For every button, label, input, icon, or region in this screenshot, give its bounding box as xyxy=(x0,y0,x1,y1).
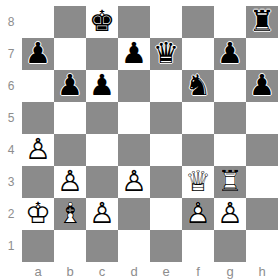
white-pawn-outline-glyph: ♙ xyxy=(22,133,54,165)
white-pawn-outline-glyph: ♙ xyxy=(86,197,118,229)
square-b8[interactable] xyxy=(54,6,86,38)
black-pawn[interactable]: ♟ xyxy=(214,38,246,70)
file-labels: abcdefgh xyxy=(22,262,278,280)
rank-label-6: 6 xyxy=(0,70,22,102)
square-b5[interactable] xyxy=(54,102,86,134)
square-c8[interactable]: ♚ xyxy=(86,6,118,38)
square-b7[interactable] xyxy=(54,38,86,70)
square-b4[interactable] xyxy=(54,134,86,166)
square-h7[interactable] xyxy=(246,38,278,70)
square-d5[interactable] xyxy=(118,102,150,134)
white-pawn-outline-glyph: ♙ xyxy=(182,197,214,229)
rank-label-5: 5 xyxy=(0,102,22,134)
square-g8[interactable] xyxy=(214,6,246,38)
white-pawn[interactable]: ♟♙ xyxy=(118,166,150,198)
square-f8[interactable] xyxy=(182,6,214,38)
white-queen[interactable]: ♛♕ xyxy=(182,166,214,198)
square-e6[interactable] xyxy=(150,70,182,102)
rank-label-1: 1 xyxy=(0,230,22,262)
chess-board: ♚♜♟♟♛♟♟♟♞♟♟♙♟♙♟♙♛♕♜♖♚♔♝♗♟♙♟♙♟♙ xyxy=(22,6,278,262)
rank-label-3: 3 xyxy=(0,166,22,198)
square-a7[interactable]: ♟ xyxy=(22,38,54,70)
square-b3[interactable]: ♟♙ xyxy=(54,166,86,198)
square-c1[interactable] xyxy=(86,230,118,262)
square-c3[interactable] xyxy=(86,166,118,198)
black-pawn[interactable]: ♟ xyxy=(54,70,86,102)
black-knight[interactable]: ♞ xyxy=(182,70,214,102)
square-g4[interactable] xyxy=(214,134,246,166)
square-a5[interactable] xyxy=(22,102,54,134)
square-h8[interactable]: ♜ xyxy=(246,6,278,38)
rank-label-4: 4 xyxy=(0,134,22,166)
file-label-g: g xyxy=(214,262,246,280)
black-rook-glyph: ♜ xyxy=(246,5,278,37)
black-pawn[interactable]: ♟ xyxy=(246,70,278,102)
white-rook[interactable]: ♜♖ xyxy=(214,166,246,198)
black-king[interactable]: ♚ xyxy=(86,6,118,38)
black-pawn-glyph: ♟ xyxy=(246,69,278,101)
square-g2[interactable]: ♟♙ xyxy=(214,198,246,230)
file-label-h: h xyxy=(246,262,278,280)
square-g1[interactable] xyxy=(214,230,246,262)
square-h6[interactable]: ♟ xyxy=(246,70,278,102)
square-a8[interactable] xyxy=(22,6,54,38)
black-pawn-glyph: ♟ xyxy=(86,69,118,101)
square-f5[interactable] xyxy=(182,102,214,134)
square-f2[interactable]: ♟♙ xyxy=(182,198,214,230)
black-queen[interactable]: ♛ xyxy=(150,38,182,70)
black-queen-glyph: ♛ xyxy=(150,37,182,69)
square-a1[interactable] xyxy=(22,230,54,262)
square-h1[interactable] xyxy=(246,230,278,262)
square-d4[interactable] xyxy=(118,134,150,166)
square-b2[interactable]: ♝♗ xyxy=(54,198,86,230)
black-pawn[interactable]: ♟ xyxy=(86,70,118,102)
rank-label-7: 7 xyxy=(0,38,22,70)
square-f4[interactable] xyxy=(182,134,214,166)
file-label-e: e xyxy=(150,262,182,280)
black-knight-glyph: ♞ xyxy=(182,69,214,101)
white-pawn[interactable]: ♟♙ xyxy=(22,134,54,166)
white-pawn[interactable]: ♟♙ xyxy=(182,198,214,230)
square-d1[interactable] xyxy=(118,230,150,262)
black-pawn-glyph: ♟ xyxy=(118,37,150,69)
file-label-f: f xyxy=(182,262,214,280)
square-e1[interactable] xyxy=(150,230,182,262)
square-e8[interactable] xyxy=(150,6,182,38)
white-king[interactable]: ♚♔ xyxy=(22,198,54,230)
white-pawn[interactable]: ♟♙ xyxy=(54,166,86,198)
square-e5[interactable] xyxy=(150,102,182,134)
square-a6[interactable] xyxy=(22,70,54,102)
white-king-outline-glyph: ♔ xyxy=(22,197,54,229)
black-pawn-glyph: ♟ xyxy=(54,69,86,101)
square-f1[interactable] xyxy=(182,230,214,262)
white-pawn[interactable]: ♟♙ xyxy=(214,198,246,230)
black-king-glyph: ♚ xyxy=(86,5,118,37)
square-d2[interactable] xyxy=(118,198,150,230)
square-e7[interactable]: ♛ xyxy=(150,38,182,70)
square-c2[interactable]: ♟♙ xyxy=(86,198,118,230)
white-pawn-outline-glyph: ♙ xyxy=(214,197,246,229)
rank-labels: 87654321 xyxy=(0,6,22,262)
square-d8[interactable] xyxy=(118,6,150,38)
square-d7[interactable]: ♟ xyxy=(118,38,150,70)
square-h3[interactable] xyxy=(246,166,278,198)
square-g5[interactable] xyxy=(214,102,246,134)
square-b6[interactable]: ♟ xyxy=(54,70,86,102)
file-label-a: a xyxy=(22,262,54,280)
black-pawn-glyph: ♟ xyxy=(22,37,54,69)
square-f3[interactable]: ♛♕ xyxy=(182,166,214,198)
file-label-b: b xyxy=(54,262,86,280)
white-bishop[interactable]: ♝♗ xyxy=(54,198,86,230)
white-queen-outline-glyph: ♕ xyxy=(182,165,214,197)
square-a2[interactable]: ♚♔ xyxy=(22,198,54,230)
square-g7[interactable]: ♟ xyxy=(214,38,246,70)
square-a3[interactable] xyxy=(22,166,54,198)
square-h5[interactable] xyxy=(246,102,278,134)
black-pawn-glyph: ♟ xyxy=(214,37,246,69)
black-pawn[interactable]: ♟ xyxy=(118,38,150,70)
white-pawn-outline-glyph: ♙ xyxy=(118,165,150,197)
square-c5[interactable] xyxy=(86,102,118,134)
square-h4[interactable] xyxy=(246,134,278,166)
square-e2[interactable] xyxy=(150,198,182,230)
white-bishop-outline-glyph: ♗ xyxy=(54,197,86,229)
chess-diagram: 87654321 ♚♜♟♟♛♟♟♟♞♟♟♙♟♙♟♙♛♕♜♖♚♔♝♗♟♙♟♙♟♙ … xyxy=(0,0,280,280)
square-d6[interactable] xyxy=(118,70,150,102)
square-e3[interactable] xyxy=(150,166,182,198)
square-c4[interactable] xyxy=(86,134,118,166)
black-rook[interactable]: ♜ xyxy=(246,6,278,38)
file-label-c: c xyxy=(86,262,118,280)
square-a4[interactable]: ♟♙ xyxy=(22,134,54,166)
square-h2[interactable] xyxy=(246,198,278,230)
file-label-d: d xyxy=(118,262,150,280)
rank-label-8: 8 xyxy=(0,6,22,38)
rank-label-2: 2 xyxy=(0,198,22,230)
white-pawn[interactable]: ♟♙ xyxy=(86,198,118,230)
square-c6[interactable]: ♟ xyxy=(86,70,118,102)
white-rook-outline-glyph: ♖ xyxy=(214,165,246,197)
black-pawn[interactable]: ♟ xyxy=(22,38,54,70)
square-g3[interactable]: ♜♖ xyxy=(214,166,246,198)
square-g6[interactable] xyxy=(214,70,246,102)
white-pawn-outline-glyph: ♙ xyxy=(54,165,86,197)
square-e4[interactable] xyxy=(150,134,182,166)
square-f7[interactable] xyxy=(182,38,214,70)
square-b1[interactable] xyxy=(54,230,86,262)
square-d3[interactable]: ♟♙ xyxy=(118,166,150,198)
square-f6[interactable]: ♞ xyxy=(182,70,214,102)
square-c7[interactable] xyxy=(86,38,118,70)
